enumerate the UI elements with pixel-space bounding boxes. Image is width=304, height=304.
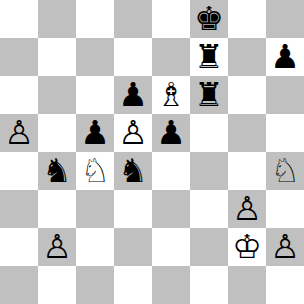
- piece-white-pawn: ♙: [42, 228, 72, 266]
- square-h8[interactable]: [266, 0, 304, 38]
- square-e3[interactable]: [152, 190, 190, 228]
- piece-white-pawn: ♙: [118, 114, 148, 152]
- piece-black-king: ♚: [194, 0, 224, 38]
- piece-black-pawn: ♟: [118, 76, 148, 114]
- square-a7[interactable]: [0, 38, 38, 76]
- piece-white-pawn: ♙: [232, 190, 262, 228]
- square-d3[interactable]: [114, 190, 152, 228]
- square-e1[interactable]: [152, 266, 190, 304]
- square-h4[interactable]: ♘: [266, 152, 304, 190]
- square-e7[interactable]: [152, 38, 190, 76]
- piece-black-rook: ♜: [194, 76, 224, 114]
- square-e8[interactable]: [152, 0, 190, 38]
- square-a3[interactable]: [0, 190, 38, 228]
- square-f7[interactable]: ♜: [190, 38, 228, 76]
- piece-white-knight: ♘: [270, 152, 300, 190]
- square-f5[interactable]: [190, 114, 228, 152]
- piece-black-pawn: ♟: [156, 114, 186, 152]
- square-c7[interactable]: [76, 38, 114, 76]
- piece-white-bishop: ♗: [156, 76, 186, 114]
- square-c2[interactable]: [76, 228, 114, 266]
- square-d4[interactable]: ♞: [114, 152, 152, 190]
- square-g1[interactable]: [228, 266, 266, 304]
- square-g7[interactable]: [228, 38, 266, 76]
- square-g4[interactable]: [228, 152, 266, 190]
- square-e4[interactable]: [152, 152, 190, 190]
- square-f8[interactable]: ♚: [190, 0, 228, 38]
- square-g8[interactable]: [228, 0, 266, 38]
- piece-black-pawn: ♟: [80, 114, 110, 152]
- square-d8[interactable]: [114, 0, 152, 38]
- square-c3[interactable]: [76, 190, 114, 228]
- square-e5[interactable]: ♟: [152, 114, 190, 152]
- piece-white-king: ♔: [232, 228, 262, 266]
- square-b7[interactable]: [38, 38, 76, 76]
- chess-board: ♚♜♟♟♗♜♙♟♙♟♞♘♞♘♙♙♔♙: [0, 0, 304, 304]
- square-c5[interactable]: ♟: [76, 114, 114, 152]
- square-d6[interactable]: ♟: [114, 76, 152, 114]
- square-h6[interactable]: [266, 76, 304, 114]
- square-c6[interactable]: [76, 76, 114, 114]
- square-b1[interactable]: [38, 266, 76, 304]
- square-a8[interactable]: [0, 0, 38, 38]
- square-h5[interactable]: [266, 114, 304, 152]
- square-f3[interactable]: [190, 190, 228, 228]
- square-b8[interactable]: [38, 0, 76, 38]
- square-e6[interactable]: ♗: [152, 76, 190, 114]
- piece-black-pawn: ♟: [270, 38, 300, 76]
- square-a5[interactable]: ♙: [0, 114, 38, 152]
- square-b4[interactable]: ♞: [38, 152, 76, 190]
- square-b2[interactable]: ♙: [38, 228, 76, 266]
- square-a4[interactable]: [0, 152, 38, 190]
- piece-white-pawn: ♙: [270, 228, 300, 266]
- square-h1[interactable]: [266, 266, 304, 304]
- piece-black-knight: ♞: [42, 152, 72, 190]
- square-b5[interactable]: [38, 114, 76, 152]
- piece-white-pawn: ♙: [4, 114, 34, 152]
- square-f6[interactable]: ♜: [190, 76, 228, 114]
- square-d1[interactable]: [114, 266, 152, 304]
- piece-black-rook: ♜: [194, 38, 224, 76]
- square-h2[interactable]: ♙: [266, 228, 304, 266]
- square-h3[interactable]: [266, 190, 304, 228]
- square-b3[interactable]: [38, 190, 76, 228]
- piece-white-knight: ♘: [80, 152, 110, 190]
- square-h7[interactable]: ♟: [266, 38, 304, 76]
- piece-black-knight: ♞: [118, 152, 148, 190]
- square-f4[interactable]: [190, 152, 228, 190]
- square-a2[interactable]: [0, 228, 38, 266]
- square-e2[interactable]: [152, 228, 190, 266]
- square-c4[interactable]: ♘: [76, 152, 114, 190]
- square-d2[interactable]: [114, 228, 152, 266]
- square-f1[interactable]: [190, 266, 228, 304]
- square-g2[interactable]: ♔: [228, 228, 266, 266]
- square-g6[interactable]: [228, 76, 266, 114]
- square-g3[interactable]: ♙: [228, 190, 266, 228]
- square-b6[interactable]: [38, 76, 76, 114]
- square-a1[interactable]: [0, 266, 38, 304]
- square-d5[interactable]: ♙: [114, 114, 152, 152]
- square-c1[interactable]: [76, 266, 114, 304]
- square-d7[interactable]: [114, 38, 152, 76]
- square-a6[interactable]: [0, 76, 38, 114]
- square-c8[interactable]: [76, 0, 114, 38]
- square-f2[interactable]: [190, 228, 228, 266]
- square-g5[interactable]: [228, 114, 266, 152]
